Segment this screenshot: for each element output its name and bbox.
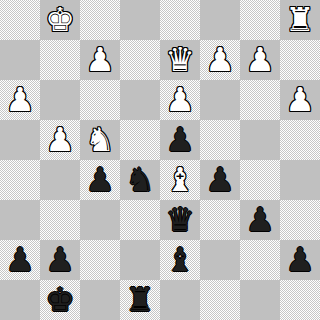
square-g2[interactable] — [240, 240, 280, 280]
square-d2[interactable] — [120, 240, 160, 280]
square-b2[interactable]: ♟ — [40, 240, 80, 280]
square-g4[interactable] — [240, 160, 280, 200]
square-h4[interactable] — [280, 160, 320, 200]
square-c7[interactable]: ♟ — [80, 40, 120, 80]
black-knight[interactable]: ♞ — [120, 160, 160, 200]
square-c6[interactable] — [80, 80, 120, 120]
square-g3[interactable]: ♟ — [240, 200, 280, 240]
square-h5[interactable] — [280, 120, 320, 160]
black-rook[interactable]: ♜ — [120, 280, 160, 320]
white-king[interactable]: ♚ — [40, 0, 80, 40]
square-b8[interactable]: ♚ — [40, 0, 80, 40]
square-d8[interactable] — [120, 0, 160, 40]
square-d6[interactable] — [120, 80, 160, 120]
square-h3[interactable] — [280, 200, 320, 240]
square-e4[interactable]: ♝ — [160, 160, 200, 200]
black-pawn[interactable]: ♟ — [280, 240, 320, 280]
square-d1[interactable]: ♜ — [120, 280, 160, 320]
white-pawn[interactable]: ♟ — [0, 80, 40, 120]
square-g7[interactable]: ♟ — [240, 40, 280, 80]
square-c3[interactable] — [80, 200, 120, 240]
square-b7[interactable] — [40, 40, 80, 80]
square-c8[interactable] — [80, 0, 120, 40]
square-f3[interactable] — [200, 200, 240, 240]
square-f4[interactable]: ♟ — [200, 160, 240, 200]
white-pawn[interactable]: ♟ — [200, 40, 240, 80]
white-rook[interactable]: ♜ — [280, 0, 320, 40]
square-b5[interactable]: ♟ — [40, 120, 80, 160]
square-h8[interactable]: ♜ — [280, 0, 320, 40]
square-f7[interactable]: ♟ — [200, 40, 240, 80]
black-pawn[interactable]: ♟ — [80, 160, 120, 200]
square-a7[interactable] — [0, 40, 40, 80]
black-pawn[interactable]: ♟ — [240, 200, 280, 240]
square-d3[interactable] — [120, 200, 160, 240]
black-queen[interactable]: ♛ — [160, 200, 200, 240]
square-g1[interactable] — [240, 280, 280, 320]
square-f2[interactable] — [200, 240, 240, 280]
black-pawn[interactable]: ♟ — [200, 160, 240, 200]
square-f5[interactable] — [200, 120, 240, 160]
square-g6[interactable] — [240, 80, 280, 120]
square-b4[interactable] — [40, 160, 80, 200]
square-d5[interactable] — [120, 120, 160, 160]
square-a2[interactable]: ♟ — [0, 240, 40, 280]
square-f8[interactable] — [200, 0, 240, 40]
square-e8[interactable] — [160, 0, 200, 40]
square-h1[interactable] — [280, 280, 320, 320]
square-h7[interactable] — [280, 40, 320, 80]
white-pawn[interactable]: ♟ — [80, 40, 120, 80]
square-c1[interactable] — [80, 280, 120, 320]
white-bishop[interactable]: ♝ — [160, 160, 200, 200]
black-king[interactable]: ♚ — [40, 280, 80, 320]
black-bishop[interactable]: ♝ — [160, 240, 200, 280]
square-e5[interactable]: ♟ — [160, 120, 200, 160]
square-c2[interactable] — [80, 240, 120, 280]
white-pawn[interactable]: ♟ — [160, 80, 200, 120]
black-pawn[interactable]: ♟ — [40, 240, 80, 280]
square-h2[interactable]: ♟ — [280, 240, 320, 280]
square-a6[interactable]: ♟ — [0, 80, 40, 120]
white-pawn[interactable]: ♟ — [280, 80, 320, 120]
square-b6[interactable] — [40, 80, 80, 120]
square-g8[interactable] — [240, 0, 280, 40]
square-b1[interactable]: ♚ — [40, 280, 80, 320]
square-a4[interactable] — [0, 160, 40, 200]
black-pawn[interactable]: ♟ — [160, 120, 200, 160]
square-f1[interactable] — [200, 280, 240, 320]
square-d4[interactable]: ♞ — [120, 160, 160, 200]
square-a3[interactable] — [0, 200, 40, 240]
square-a8[interactable] — [0, 0, 40, 40]
white-pawn[interactable]: ♟ — [40, 120, 80, 160]
square-e7[interactable]: ♛ — [160, 40, 200, 80]
square-e6[interactable]: ♟ — [160, 80, 200, 120]
square-g5[interactable] — [240, 120, 280, 160]
square-f6[interactable] — [200, 80, 240, 120]
square-d7[interactable] — [120, 40, 160, 80]
square-h6[interactable]: ♟ — [280, 80, 320, 120]
square-b3[interactable] — [40, 200, 80, 240]
white-queen[interactable]: ♛ — [160, 40, 200, 80]
square-c5[interactable]: ♞ — [80, 120, 120, 160]
square-c4[interactable]: ♟ — [80, 160, 120, 200]
chess-board: ♚♜♟♛♟♟♟♟♟♟♞♟♟♞♝♟♛♟♟♟♝♟♚♜ — [0, 0, 320, 320]
black-pawn[interactable]: ♟ — [0, 240, 40, 280]
white-pawn[interactable]: ♟ — [240, 40, 280, 80]
square-e3[interactable]: ♛ — [160, 200, 200, 240]
square-e1[interactable] — [160, 280, 200, 320]
square-a5[interactable] — [0, 120, 40, 160]
square-a1[interactable] — [0, 280, 40, 320]
square-e2[interactable]: ♝ — [160, 240, 200, 280]
white-knight[interactable]: ♞ — [80, 120, 120, 160]
